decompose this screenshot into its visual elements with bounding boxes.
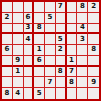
cell-r8c6-empty[interactable] [56, 77, 67, 88]
cell-r2c1-given-2: 2 [2, 13, 13, 24]
cell-r1c4-empty[interactable] [34, 2, 45, 13]
cell-r8c9-given-9: 9 [88, 77, 99, 88]
cell-r3c2-empty[interactable] [13, 24, 24, 35]
cell-r5c5-empty[interactable] [45, 45, 56, 56]
cell-r4c7-empty[interactable] [67, 34, 78, 45]
cell-r6c7-given-1: 1 [67, 56, 78, 67]
cell-r4c9-empty[interactable] [88, 34, 99, 45]
cell-r5c2-empty[interactable] [13, 45, 24, 56]
cell-r1c1-empty[interactable] [2, 2, 13, 13]
cell-r8c8-empty[interactable] [77, 77, 88, 88]
sudoku-board: 7822653844536128961187789845 [0, 0, 101, 101]
cell-r7c2-given-1: 1 [13, 67, 24, 78]
cell-r8c3-empty[interactable] [24, 77, 35, 88]
cell-r1c5-empty[interactable] [45, 2, 56, 13]
cell-r1c6-given-7: 7 [56, 2, 67, 13]
cell-r8c1-empty[interactable] [2, 77, 13, 88]
cell-r2c8-empty[interactable] [77, 13, 88, 24]
cell-r3c9-empty[interactable] [88, 24, 99, 35]
cell-r5c8-empty[interactable] [77, 45, 88, 56]
cell-r6c4-given-6: 6 [34, 56, 45, 67]
cell-r4c2-empty[interactable] [13, 34, 24, 45]
cell-r8c4-empty[interactable] [34, 77, 45, 88]
cell-r5c9-given-8: 8 [88, 45, 99, 56]
cell-r4c8-given-3: 3 [77, 34, 88, 45]
cell-r3c6-empty[interactable] [56, 24, 67, 35]
cell-r3c1-empty[interactable] [2, 24, 13, 35]
cell-r3c4-given-8: 8 [34, 24, 45, 35]
cell-r9c3-empty[interactable] [24, 88, 35, 99]
cell-r5c7-empty[interactable] [67, 45, 78, 56]
cell-r1c7-empty[interactable] [67, 2, 78, 13]
cell-r3c7-empty[interactable] [67, 24, 78, 35]
cell-r2c9-empty[interactable] [88, 13, 99, 24]
cell-r9c2-given-4: 4 [13, 88, 24, 99]
cell-r9c1-given-8: 8 [2, 88, 13, 99]
cell-r3c3-given-3: 3 [24, 24, 35, 35]
cell-r6c2-given-9: 9 [13, 56, 24, 67]
cell-r5c4-given-1: 1 [34, 45, 45, 56]
cell-r9c6-empty[interactable] [56, 88, 67, 99]
cell-r9c5-empty[interactable] [45, 88, 56, 99]
cell-r8c5-given-7: 7 [45, 77, 56, 88]
cell-r6c9-empty[interactable] [88, 56, 99, 67]
cell-r7c3-empty[interactable] [24, 67, 35, 78]
cell-r7c5-empty[interactable] [45, 67, 56, 78]
cell-r6c8-empty[interactable] [77, 56, 88, 67]
cell-r9c9-empty[interactable] [88, 88, 99, 99]
cell-r4c4-empty[interactable] [34, 34, 45, 45]
cell-r2c6-empty[interactable] [56, 13, 67, 24]
cell-r7c8-empty[interactable] [77, 67, 88, 78]
cell-r5c1-given-6: 6 [2, 45, 13, 56]
cell-r1c8-given-8: 8 [77, 2, 88, 13]
cell-r1c9-given-2: 2 [88, 2, 99, 13]
cell-r5c3-empty[interactable] [24, 45, 35, 56]
cell-r6c6-empty[interactable] [56, 56, 67, 67]
cell-r7c9-empty[interactable] [88, 67, 99, 78]
cell-r4c3-given-4: 4 [24, 34, 35, 45]
cell-r3c8-given-4: 4 [77, 24, 88, 35]
cell-r8c2-empty[interactable] [13, 77, 24, 88]
cell-r2c5-given-5: 5 [45, 13, 56, 24]
cell-r1c3-empty[interactable] [24, 2, 35, 13]
cell-r4c1-empty[interactable] [2, 34, 13, 45]
cell-r2c7-empty[interactable] [67, 13, 78, 24]
cell-r2c3-given-6: 6 [24, 13, 35, 24]
cell-r2c2-empty[interactable] [13, 13, 24, 24]
cell-r6c5-empty[interactable] [45, 56, 56, 67]
cell-r1c2-empty[interactable] [13, 2, 24, 13]
cell-r2c4-empty[interactable] [34, 13, 45, 24]
cell-r4c6-given-5: 5 [56, 34, 67, 45]
cell-r7c1-empty[interactable] [2, 67, 13, 78]
cell-r5c6-given-2: 2 [56, 45, 67, 56]
cell-r6c1-empty[interactable] [2, 56, 13, 67]
cell-r9c8-empty[interactable] [77, 88, 88, 99]
cell-r8c7-given-8: 8 [67, 77, 78, 88]
cell-r7c7-given-7: 7 [67, 67, 78, 78]
cell-r7c6-given-8: 8 [56, 67, 67, 78]
cell-r9c7-empty[interactable] [67, 88, 78, 99]
cell-r6c3-empty[interactable] [24, 56, 35, 67]
cell-r7c4-empty[interactable] [34, 67, 45, 78]
cell-r3c5-empty[interactable] [45, 24, 56, 35]
cell-r9c4-given-5: 5 [34, 88, 45, 99]
cell-r4c5-empty[interactable] [45, 34, 56, 45]
